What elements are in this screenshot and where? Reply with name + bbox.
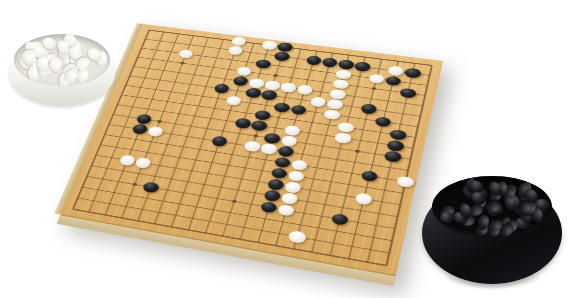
go-board xyxy=(61,24,443,275)
black-bowl-opening xyxy=(432,176,552,238)
black-bowl-stone xyxy=(440,212,455,223)
white-stone-bowl xyxy=(6,14,118,112)
white-bowl-opening xyxy=(14,34,110,86)
black-stone-bowl xyxy=(418,168,566,296)
go-scene xyxy=(0,0,570,298)
